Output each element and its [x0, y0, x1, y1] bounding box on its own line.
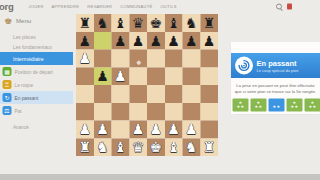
square-a1[interactable]: ♜	[76, 138, 94, 156]
sidebar-item-position-de-d-part[interactable]: ▦Position de départ	[0, 65, 73, 78]
lichess-learn-page: org JOUERAPPRENDREREGARDERCOMMUNAUTÉOUTI…	[0, 0, 320, 180]
lesson-label: Pat	[15, 108, 22, 114]
white-rook[interactable]: ♜	[203, 138, 216, 156]
square-a4[interactable]	[76, 85, 94, 103]
black-queen[interactable]: ♛	[132, 14, 145, 32]
square-g2[interactable]: ♟	[183, 121, 201, 139]
castling-icon: ♖	[3, 80, 12, 89]
square-c4[interactable]	[112, 85, 130, 103]
stalemate-icon: ⚖	[3, 106, 12, 115]
square-c3[interactable]	[112, 103, 130, 121]
square-d8[interactable]: ♛	[129, 14, 147, 32]
square-h2[interactable]	[200, 121, 218, 139]
square-f8[interactable]: ♝	[165, 14, 183, 32]
level-3-tile[interactable]: ★★	[269, 99, 285, 112]
black-pawn[interactable]: ♟	[185, 32, 198, 50]
black-pawn[interactable]: ♟	[114, 32, 127, 50]
star-row: ★★	[272, 105, 280, 109]
square-c5[interactable]: ♟	[112, 67, 130, 85]
sidebar-item-interm-diaire[interactable]: Intermédiaire	[0, 52, 73, 65]
black-knight[interactable]: ♞	[185, 14, 198, 32]
white-bishop[interactable]: ♝	[167, 138, 180, 156]
lesson-label: Le roque	[15, 82, 34, 88]
square-h3[interactable]	[200, 103, 218, 121]
square-f7[interactable]: ♟	[165, 32, 183, 50]
square-c8[interactable]: ♝	[112, 14, 130, 32]
square-h5[interactable]	[200, 67, 218, 85]
square-b8[interactable]: ♞	[94, 14, 112, 32]
menu-label: Menu	[16, 18, 31, 25]
square-a7[interactable]: ♟	[76, 32, 94, 50]
star-row: ★★	[290, 105, 298, 109]
bottom-bar	[0, 174, 320, 180]
white-pawn[interactable]: ♟	[150, 121, 163, 139]
white-pawn[interactable]: ♟	[167, 121, 180, 139]
sidebar-items: Les piècesLes fondamentauxIntermédiaire▦…	[0, 32, 73, 132]
square-e1[interactable]: ♚	[147, 138, 165, 156]
black-bishop[interactable]: ♝	[167, 14, 180, 32]
black-pawn[interactable]: ♟	[167, 32, 180, 50]
black-pawn[interactable]: ♟	[150, 32, 163, 50]
square-f4[interactable]	[165, 85, 183, 103]
black-pawn[interactable]: ♟	[79, 32, 92, 50]
sidebar-item-avanc-[interactable]: Avancé	[0, 122, 73, 132]
square-c6[interactable]	[112, 50, 130, 68]
nav-item-apprendre[interactable]: APPRENDRE	[52, 4, 80, 9]
black-bishop[interactable]: ♝	[114, 14, 127, 32]
search-icon[interactable]	[276, 4, 282, 10]
square-h6[interactable]	[200, 50, 218, 68]
square-a5[interactable]	[76, 67, 94, 85]
square-f5[interactable]	[165, 67, 183, 85]
lesson-header-text: En passant Le coup spécial du pion	[257, 59, 299, 73]
square-g6[interactable]	[183, 50, 201, 68]
square-b5[interactable]: ♟	[94, 67, 112, 85]
white-knight[interactable]: ♞	[185, 138, 198, 156]
nav-item-regarder[interactable]: REGARDER	[87, 4, 112, 9]
lesson-header: En passant Le coup spécial du pion	[231, 53, 320, 78]
crown-icon: ♚	[4, 17, 12, 26]
square-c1[interactable]: ♝	[112, 138, 130, 156]
square-a3[interactable]	[76, 103, 94, 121]
square-e8[interactable]: ♚	[147, 14, 165, 32]
square-h4[interactable]	[200, 85, 218, 103]
sidebar-item-en-passant[interactable]: ↻En passant	[0, 91, 73, 104]
square-d2[interactable]: ♟	[129, 121, 147, 139]
lesson-instruction: La prise en passant ne peut être effectu…	[231, 78, 320, 99]
square-h7[interactable]: ♟	[200, 32, 218, 50]
star-row: ★★	[236, 105, 244, 109]
lesson-title: En passant	[257, 59, 299, 68]
square-g1[interactable]: ♞	[183, 138, 201, 156]
nav-item-outils[interactable]: OUTILS	[160, 4, 176, 9]
white-pawn[interactable]: ♟	[114, 67, 127, 85]
level-4-tile[interactable]: ★★★	[287, 99, 303, 112]
top-nav: org JOUERAPPRENDREREGARDERCOMMUNAUTÉOUTI…	[0, 0, 320, 13]
board-setup-icon: ▦	[3, 67, 12, 76]
square-f3[interactable]	[165, 103, 183, 121]
square-h1[interactable]: ♜	[200, 138, 218, 156]
nav-item-jouer[interactable]: JOUER	[29, 4, 44, 9]
lesson-label: Position de départ	[15, 69, 53, 75]
white-bishop[interactable]: ♝	[114, 138, 127, 156]
white-pawn[interactable]: ♟	[185, 121, 198, 139]
square-b3[interactable]	[94, 103, 112, 121]
square-d3[interactable]	[129, 103, 147, 121]
square-e5[interactable]	[147, 67, 165, 85]
square-g3[interactable]	[183, 103, 201, 121]
notification-badge[interactable]	[287, 4, 292, 10]
white-pawn[interactable]: ♟	[79, 121, 92, 139]
square-e7[interactable]: ♟	[147, 32, 165, 50]
site-logo[interactable]: org	[0, 1, 14, 12]
square-g8[interactable]: ♞	[183, 14, 201, 32]
square-g5[interactable]	[183, 67, 201, 85]
black-pawn[interactable]: ♟	[203, 32, 216, 50]
white-king[interactable]: ♚	[150, 138, 163, 156]
square-b6[interactable]	[94, 50, 112, 68]
sidebar: ♚ Menu Les piècesLes fondamentauxIntermé…	[0, 13, 73, 132]
white-rook[interactable]: ♜	[79, 138, 92, 156]
level-5-tile[interactable]: ★★★	[305, 99, 320, 112]
square-d4[interactable]	[129, 85, 147, 103]
nav-item-communauté[interactable]: COMMUNAUTÉ	[120, 4, 152, 9]
sidebar-item-pat[interactable]: ⚖Pat	[0, 104, 73, 117]
lesson-subtitle: Le coup spécial du pion	[257, 68, 299, 73]
white-knight[interactable]: ♞	[96, 138, 109, 156]
black-knight[interactable]: ♞	[96, 14, 109, 32]
square-g4[interactable]	[183, 85, 201, 103]
black-rook[interactable]: ♜	[203, 14, 216, 32]
square-d5[interactable]	[129, 67, 147, 85]
square-f6[interactable]	[165, 50, 183, 68]
star-row: ★★	[254, 105, 262, 109]
square-d7[interactable]: ♟	[129, 32, 147, 50]
top-nav-right	[276, 4, 292, 10]
black-pawn[interactable]: ♟	[132, 32, 145, 50]
square-a8[interactable]: ♜	[76, 14, 94, 32]
square-a2[interactable]: ♟	[76, 121, 94, 139]
level-1-tile[interactable]: ★★★	[233, 99, 249, 112]
square-d1[interactable]: ♛	[129, 138, 147, 156]
black-pawn[interactable]: ♟	[96, 67, 109, 85]
white-pawn[interactable]: ♟	[132, 121, 145, 139]
square-b4[interactable]	[94, 85, 112, 103]
square-b7[interactable]	[94, 32, 112, 50]
square-f2[interactable]: ♟	[165, 121, 183, 139]
level-progress: ★★★★★★★★★★★★★★	[231, 99, 320, 115]
lesson-label: En passant	[15, 95, 39, 101]
square-b1[interactable]: ♞	[94, 138, 112, 156]
black-rook[interactable]: ♜	[79, 14, 92, 32]
menu-header[interactable]: ♚ Menu	[0, 13, 73, 29]
white-pawn[interactable]: ♟	[79, 50, 92, 68]
square-e3[interactable]	[147, 103, 165, 121]
square-g7[interactable]: ♟	[183, 32, 201, 50]
top-nav-links: JOUERAPPRENDREREGARDERCOMMUNAUTÉOUTILS	[29, 4, 177, 9]
square-a6[interactable]: ♟	[76, 50, 94, 68]
square-f1[interactable]: ♝	[165, 138, 183, 156]
square-b2[interactable]: ♟	[94, 121, 112, 139]
instruction-line-2: que si votre pion se trouve sur la 5e ra…	[232, 89, 319, 95]
square-c2[interactable]	[112, 121, 130, 139]
square-e6[interactable]	[147, 50, 165, 68]
white-pawn[interactable]: ♟	[96, 121, 109, 139]
square-e2[interactable]: ♟	[147, 121, 165, 139]
level-2-tile[interactable]: ★★★	[251, 99, 267, 112]
square-c7[interactable]: ♟	[112, 32, 130, 50]
star-row: ★★	[308, 105, 316, 109]
en-passant-logo-icon	[235, 57, 253, 75]
chess-board[interactable]: ♜♞♝♛♚♝♞♜♟♟♟♟♟♟♟♟♟♟♟♟♟♟♟♟♜♞♝♛♚♝♞♜	[76, 14, 218, 156]
lesson-panel: En passant Le coup spécial du pion La pr…	[231, 42, 320, 115]
black-king[interactable]: ♚	[150, 14, 163, 32]
square-h8[interactable]: ♜	[200, 14, 218, 32]
sidebar-item-le-roque[interactable]: ♖Le roque	[0, 78, 73, 91]
square-e4[interactable]	[147, 85, 165, 103]
en-passant-icon: ↻	[3, 93, 12, 102]
white-queen[interactable]: ♛	[132, 138, 145, 156]
sidebar-item-les-pi-ces[interactable]: Les pièces	[0, 32, 73, 42]
sidebar-item-les-fondamentaux[interactable]: Les fondamentaux	[0, 42, 73, 52]
